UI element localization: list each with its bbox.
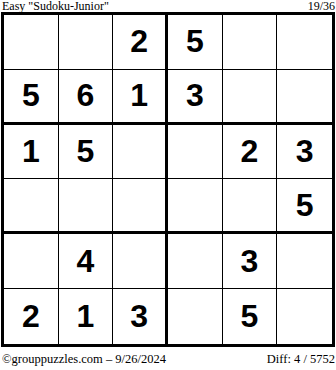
- cell-r6c6[interactable]: [277, 289, 332, 344]
- cell-r5c2[interactable]: 4: [59, 234, 114, 289]
- cell-r1c6[interactable]: [277, 15, 332, 70]
- cell-r1c1[interactable]: [4, 15, 59, 70]
- cell-r2c5[interactable]: [223, 70, 278, 125]
- page-title: Easy "Sudoku-Junior": [2, 0, 109, 12]
- cell-r4c1[interactable]: [4, 179, 59, 234]
- puzzle-counter: 19/36: [308, 0, 335, 12]
- cell-r1c3[interactable]: 2: [113, 15, 168, 70]
- cell-r4c3[interactable]: [113, 179, 168, 234]
- cell-r3c2[interactable]: 5: [59, 125, 114, 180]
- cell-r6c1[interactable]: 2: [4, 289, 59, 344]
- cell-r2c2[interactable]: 6: [59, 70, 114, 125]
- sudoku-page: Easy "Sudoku-Junior" 19/36 2556131523543…: [0, 0, 336, 370]
- cell-r4c6[interactable]: 5: [277, 179, 332, 234]
- cell-r2c6[interactable]: [277, 70, 332, 125]
- cell-r3c3[interactable]: [113, 125, 168, 180]
- cell-r6c3[interactable]: 3: [113, 289, 168, 344]
- cell-r1c4[interactable]: 5: [168, 15, 223, 70]
- cell-r6c4[interactable]: [168, 289, 223, 344]
- cell-r3c6[interactable]: 3: [277, 125, 332, 180]
- cell-r4c4[interactable]: [168, 179, 223, 234]
- cell-r4c5[interactable]: [223, 179, 278, 234]
- cell-r4c2[interactable]: [59, 179, 114, 234]
- cell-r1c2[interactable]: [59, 15, 114, 70]
- cell-r2c4[interactable]: 3: [168, 70, 223, 125]
- cell-r5c1[interactable]: [4, 234, 59, 289]
- cell-r3c1[interactable]: 1: [4, 125, 59, 180]
- cell-r6c2[interactable]: 1: [59, 289, 114, 344]
- difficulty-text: Diff: 4 / 5752: [267, 352, 335, 366]
- copyright-text: ©grouppuzzles.com – 9/26/2024: [2, 352, 166, 366]
- cell-r2c1[interactable]: 5: [4, 70, 59, 125]
- cell-r5c5[interactable]: 3: [223, 234, 278, 289]
- cell-r5c6[interactable]: [277, 234, 332, 289]
- cell-r1c5[interactable]: [223, 15, 278, 70]
- cell-r5c4[interactable]: [168, 234, 223, 289]
- sudoku-grid: 25561315235432135: [1, 12, 335, 347]
- cell-r3c5[interactable]: 2: [223, 125, 278, 180]
- cell-r3c4[interactable]: [168, 125, 223, 180]
- cell-r6c5[interactable]: 5: [223, 289, 278, 344]
- cell-r5c3[interactable]: [113, 234, 168, 289]
- cell-r2c3[interactable]: 1: [113, 70, 168, 125]
